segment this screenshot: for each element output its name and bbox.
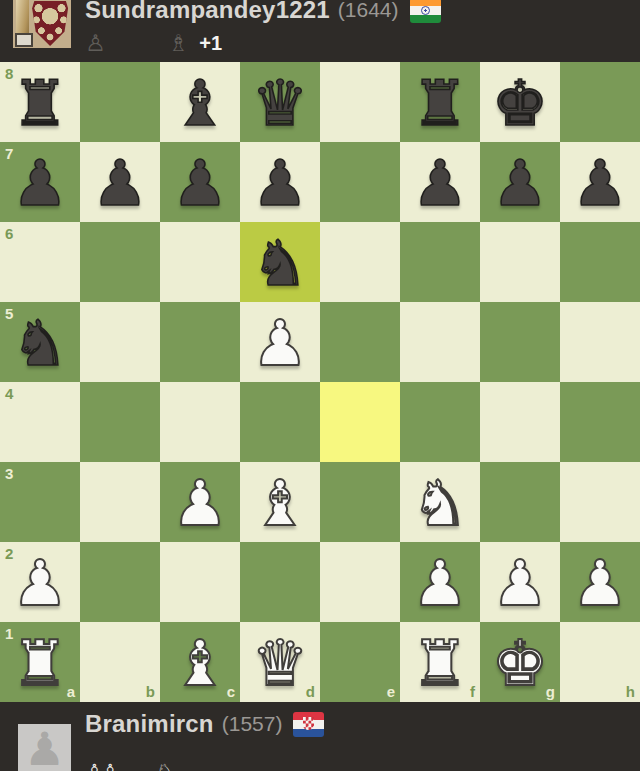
black-rook[interactable]: ♜ xyxy=(0,62,80,142)
square-f4[interactable] xyxy=(400,382,480,462)
square-c1[interactable]: c♝ xyxy=(160,622,240,702)
square-d7[interactable]: ♟ xyxy=(240,142,320,222)
white-pawn[interactable]: ♟ xyxy=(0,542,80,622)
square-a1[interactable]: 1a♜ xyxy=(0,622,80,702)
rank-label-4: 4 xyxy=(5,386,13,401)
black-bishop[interactable]: ♝ xyxy=(160,62,240,142)
square-d3[interactable]: ♝ xyxy=(240,462,320,542)
square-b8[interactable] xyxy=(80,62,160,142)
black-pawn[interactable]: ♟ xyxy=(80,142,160,222)
material-advantage-badge: +1 xyxy=(199,32,222,55)
square-e3[interactable] xyxy=(320,462,400,542)
opponent-captured-tray: ♙♗ +1 xyxy=(85,29,222,57)
square-h5[interactable] xyxy=(560,302,640,382)
captured-knight-icon: ♘ xyxy=(156,760,175,771)
white-knight[interactable]: ♞ xyxy=(400,462,480,542)
square-b1[interactable]: b xyxy=(80,622,160,702)
captured-pawn-icon: ♙ xyxy=(85,29,106,57)
square-a4[interactable]: 4 xyxy=(0,382,80,462)
square-d5[interactable]: ♟ xyxy=(240,302,320,382)
black-pawn[interactable]: ♟ xyxy=(240,142,320,222)
black-pawn[interactable]: ♟ xyxy=(0,142,80,222)
square-a3[interactable]: 3 xyxy=(0,462,80,542)
square-e1[interactable]: e xyxy=(320,622,400,702)
shield-trophy-image xyxy=(32,1,68,46)
player-avatar[interactable]: ♟ xyxy=(18,724,71,771)
square-a2[interactable]: 2♟ xyxy=(0,542,80,622)
square-c2[interactable] xyxy=(160,542,240,622)
square-h2[interactable]: ♟ xyxy=(560,542,640,622)
square-b3[interactable] xyxy=(80,462,160,542)
square-h3[interactable] xyxy=(560,462,640,542)
square-h6[interactable] xyxy=(560,222,640,302)
square-d8[interactable]: ♛ xyxy=(240,62,320,142)
chess-board[interactable]: 8♜♝♛♜♚7♟♟♟♟♟♟♟6♞5♞♟43♟♝♞2♟♟♟♟1a♜bc♝d♛ef♜… xyxy=(0,62,640,702)
white-bishop[interactable]: ♝ xyxy=(240,462,320,542)
player-name[interactable]: Branimircn xyxy=(85,710,214,738)
white-pawn[interactable]: ♟ xyxy=(560,542,640,622)
opponent-avatar[interactable] xyxy=(13,0,71,48)
square-c4[interactable] xyxy=(160,382,240,462)
plaque-image-part xyxy=(15,33,32,47)
square-f1[interactable]: f♜ xyxy=(400,622,480,702)
square-g1[interactable]: g♚ xyxy=(480,622,560,702)
file-label-h: h xyxy=(626,684,635,699)
croatia-flag-icon xyxy=(293,712,324,737)
black-pawn[interactable]: ♟ xyxy=(560,142,640,222)
white-rook[interactable]: ♜ xyxy=(0,622,80,702)
square-h8[interactable] xyxy=(560,62,640,142)
square-d6[interactable]: ♞ xyxy=(240,222,320,302)
square-a5[interactable]: 5♞ xyxy=(0,302,80,382)
player-rating: (1557) xyxy=(222,712,283,736)
square-b7[interactable]: ♟ xyxy=(80,142,160,222)
white-pawn[interactable]: ♟ xyxy=(240,302,320,382)
square-f8[interactable]: ♜ xyxy=(400,62,480,142)
player-captured-tray: ♙♙♘ xyxy=(85,758,174,771)
square-b5[interactable] xyxy=(80,302,160,382)
square-g6[interactable] xyxy=(480,222,560,302)
opponent-name[interactable]: Sundrampandey1221 xyxy=(85,0,330,24)
white-pawn[interactable]: ♟ xyxy=(480,542,560,622)
square-f3[interactable]: ♞ xyxy=(400,462,480,542)
rank-label-3: 3 xyxy=(5,466,13,481)
white-bishop[interactable]: ♝ xyxy=(160,622,240,702)
file-label-b: b xyxy=(146,684,155,699)
white-pawn[interactable]: ♟ xyxy=(400,542,480,622)
square-g4[interactable] xyxy=(480,382,560,462)
square-d2[interactable] xyxy=(240,542,320,622)
square-e7[interactable] xyxy=(320,142,400,222)
square-c5[interactable] xyxy=(160,302,240,382)
player-bar: ♟ Branimircn (1557) ♙♙♘ xyxy=(0,702,640,771)
white-pawn[interactable]: ♟ xyxy=(160,462,240,542)
square-e4[interactable] xyxy=(320,382,400,462)
rank-label-6: 6 xyxy=(5,226,13,241)
white-king[interactable]: ♚ xyxy=(480,622,560,702)
square-f5[interactable] xyxy=(400,302,480,382)
square-g3[interactable] xyxy=(480,462,560,542)
captured-bishop-icon: ♗ xyxy=(168,29,189,57)
black-knight[interactable]: ♞ xyxy=(240,222,320,302)
black-king[interactable]: ♚ xyxy=(480,62,560,142)
file-label-e: e xyxy=(387,684,395,699)
square-d4[interactable] xyxy=(240,382,320,462)
square-b2[interactable] xyxy=(80,542,160,622)
square-a6[interactable]: 6 xyxy=(0,222,80,302)
square-f7[interactable]: ♟ xyxy=(400,142,480,222)
square-g5[interactable] xyxy=(480,302,560,382)
opponent-rating: (1644) xyxy=(338,0,399,22)
opponent-bar: Sundrampandey1221 (1644) ♙♗ +1 xyxy=(0,0,640,62)
black-pawn[interactable]: ♟ xyxy=(480,142,560,222)
black-pawn[interactable]: ♟ xyxy=(400,142,480,222)
square-b6[interactable] xyxy=(80,222,160,302)
india-flag-icon xyxy=(410,0,441,23)
black-pawn[interactable]: ♟ xyxy=(160,142,240,222)
default-pawn-avatar-icon: ♟ xyxy=(24,724,65,771)
black-rook[interactable]: ♜ xyxy=(400,62,480,142)
square-a7[interactable]: 7♟ xyxy=(0,142,80,222)
white-queen[interactable]: ♛ xyxy=(240,622,320,702)
square-c6[interactable] xyxy=(160,222,240,302)
square-h7[interactable]: ♟ xyxy=(560,142,640,222)
square-a8[interactable]: 8♜ xyxy=(0,62,80,142)
square-f6[interactable] xyxy=(400,222,480,302)
square-d1[interactable]: d♛ xyxy=(240,622,320,702)
square-c7[interactable]: ♟ xyxy=(160,142,240,222)
white-rook[interactable]: ♜ xyxy=(400,622,480,702)
square-b4[interactable] xyxy=(80,382,160,462)
square-c8[interactable]: ♝ xyxy=(160,62,240,142)
square-e5[interactable] xyxy=(320,302,400,382)
captured-pawn-icon: ♙ xyxy=(101,760,120,771)
square-e2[interactable] xyxy=(320,542,400,622)
square-h1[interactable]: h xyxy=(560,622,640,702)
square-h4[interactable] xyxy=(560,382,640,462)
square-c3[interactable]: ♟ xyxy=(160,462,240,542)
square-g2[interactable]: ♟ xyxy=(480,542,560,622)
black-knight[interactable]: ♞ xyxy=(0,302,80,382)
square-f2[interactable]: ♟ xyxy=(400,542,480,622)
square-e6[interactable] xyxy=(320,222,400,302)
square-g7[interactable]: ♟ xyxy=(480,142,560,222)
black-queen[interactable]: ♛ xyxy=(240,62,320,142)
square-g8[interactable]: ♚ xyxy=(480,62,560,142)
square-e8[interactable] xyxy=(320,62,400,142)
